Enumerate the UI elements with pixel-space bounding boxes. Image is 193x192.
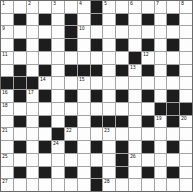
blocked-cell [14, 65, 26, 77]
crossword-cell[interactable] [155, 167, 167, 179]
crossword-cell[interactable] [167, 1, 179, 13]
crossword-cell[interactable] [129, 167, 141, 179]
crossword-cell[interactable] [180, 14, 192, 26]
crossword-cell[interactable] [39, 103, 51, 115]
crossword-cell[interactable] [142, 26, 154, 38]
clue-number: 18 [2, 103, 7, 108]
crossword-cell[interactable] [39, 128, 51, 140]
crossword-cell[interactable] [78, 39, 90, 51]
crossword-cell[interactable] [27, 116, 39, 128]
clue-number: 17 [28, 90, 33, 95]
crossword-cell[interactable] [155, 154, 167, 166]
blocked-cell [116, 65, 128, 77]
blocked-cell [116, 90, 128, 102]
blocked-cell [167, 103, 179, 115]
crossword-cell[interactable]: 24 [52, 141, 64, 153]
blocked-cell [65, 90, 77, 102]
crossword-cell[interactable] [103, 14, 115, 26]
crossword-cell[interactable] [103, 103, 115, 115]
blocked-cell [1, 77, 13, 89]
blocked-cell [65, 141, 77, 153]
crossword-cell[interactable] [155, 128, 167, 140]
crossword-cell[interactable]: 28 [103, 179, 115, 191]
blocked-cell [180, 103, 192, 115]
blocked-cell [167, 90, 179, 102]
blocked-cell [78, 65, 90, 77]
crossword-cell[interactable] [91, 77, 103, 89]
crossword-cell[interactable] [14, 154, 26, 166]
crossword-cell[interactable] [167, 26, 179, 38]
clue-number: 23 [104, 128, 109, 133]
crossword-cell[interactable] [14, 1, 26, 13]
crossword-cell[interactable] [129, 116, 141, 128]
blocked-cell [142, 167, 154, 179]
clue-number: 2 [28, 1, 31, 6]
crossword-cell[interactable] [27, 128, 39, 140]
crossword-cell[interactable] [180, 52, 192, 64]
crossword-cell[interactable] [155, 77, 167, 89]
blocked-cell [14, 14, 26, 26]
blocked-cell [52, 128, 64, 140]
clue-number: 28 [104, 179, 109, 184]
crossword-cell[interactable] [142, 154, 154, 166]
blocked-cell [116, 141, 128, 153]
crossword-cell[interactable] [52, 77, 64, 89]
crossword-cell[interactable] [91, 128, 103, 140]
crossword-cell[interactable] [39, 154, 51, 166]
crossword-cell[interactable] [52, 26, 64, 38]
crossword-cell[interactable] [27, 26, 39, 38]
crossword-cell[interactable]: 13 [129, 65, 141, 77]
crossword-cell[interactable] [142, 179, 154, 191]
crossword-cell[interactable] [27, 14, 39, 26]
clue-number: 21 [2, 128, 7, 133]
crossword-puzzle: 1234567891011121314151617181920212223242… [0, 0, 193, 192]
blocked-cell [142, 65, 154, 77]
crossword-cell[interactable]: 7 [155, 1, 167, 13]
blocked-cell [91, 179, 103, 191]
blocked-cell [14, 141, 26, 153]
crossword-cell[interactable] [27, 179, 39, 191]
clue-number: 20 [181, 116, 186, 121]
crossword-cell[interactable] [142, 77, 154, 89]
crossword-cell[interactable] [103, 167, 115, 179]
crossword-cell[interactable] [180, 179, 192, 191]
blocked-cell [167, 39, 179, 51]
crossword-cell[interactable] [78, 154, 90, 166]
crossword-cell[interactable] [129, 14, 141, 26]
crossword-cell[interactable] [39, 1, 51, 13]
crossword-cell[interactable] [65, 77, 77, 89]
clue-number: 27 [2, 179, 7, 184]
blocked-cell [14, 167, 26, 179]
clue-number: 14 [40, 77, 45, 82]
crossword-cell[interactable] [167, 179, 179, 191]
crossword-cell[interactable] [1, 116, 13, 128]
blocked-cell [39, 116, 51, 128]
crossword-cell[interactable] [167, 77, 179, 89]
crossword-cell[interactable] [52, 39, 64, 51]
crossword-cell[interactable] [129, 128, 141, 140]
crossword-cell[interactable] [155, 65, 167, 77]
crossword-cell[interactable] [78, 116, 90, 128]
crossword-cell[interactable] [155, 26, 167, 38]
crossword-cell[interactable] [1, 39, 13, 51]
blocked-cell [142, 141, 154, 153]
blocked-cell [91, 65, 103, 77]
blocked-cell [167, 116, 179, 128]
crossword-cell[interactable] [39, 26, 51, 38]
crossword-cell[interactable]: 2 [27, 1, 39, 13]
crossword-cell[interactable] [180, 154, 192, 166]
crossword-cell[interactable] [180, 90, 192, 102]
crossword-cell[interactable] [78, 128, 90, 140]
crossword-cell[interactable] [1, 167, 13, 179]
blocked-cell [65, 65, 77, 77]
crossword-cell[interactable] [129, 90, 141, 102]
crossword-cell[interactable] [78, 90, 90, 102]
blocked-cell [65, 39, 77, 51]
crossword-cell[interactable]: 5 [103, 1, 115, 13]
clue-number: 12 [143, 52, 148, 57]
crossword-cell[interactable] [52, 103, 64, 115]
crossword-cell[interactable] [180, 77, 192, 89]
crossword-cell[interactable]: 21 [1, 128, 13, 140]
blocked-cell [116, 14, 128, 26]
blocked-cell [167, 14, 179, 26]
clue-number: 24 [53, 141, 58, 146]
crossword-cell[interactable] [129, 39, 141, 51]
blocked-cell [14, 90, 26, 102]
blocked-cell [91, 141, 103, 153]
crossword-cell[interactable] [155, 179, 167, 191]
crossword-cell[interactable] [27, 141, 39, 153]
crossword-cell[interactable] [103, 26, 115, 38]
clue-number: 25 [2, 154, 7, 159]
blocked-cell [91, 167, 103, 179]
crossword-cell[interactable] [129, 179, 141, 191]
crossword-cell[interactable] [52, 52, 64, 64]
crossword-cell[interactable] [155, 141, 167, 153]
crossword-cell[interactable] [103, 141, 115, 153]
crossword-cell[interactable] [52, 167, 64, 179]
crossword-cell[interactable] [78, 167, 90, 179]
crossword-cell[interactable] [65, 103, 77, 115]
crossword-cell[interactable] [103, 52, 115, 64]
blocked-cell [91, 90, 103, 102]
blocked-cell [116, 154, 128, 166]
crossword-cell[interactable]: 6 [129, 1, 141, 13]
blocked-cell [91, 1, 103, 13]
crossword-cell[interactable] [14, 179, 26, 191]
blocked-cell [39, 90, 51, 102]
crossword-cell[interactable]: 9 [1, 26, 13, 38]
crossword-cell[interactable] [52, 65, 64, 77]
crossword-cell[interactable] [116, 179, 128, 191]
crossword-grid: 1234567891011121314151617181920212223242… [0, 0, 193, 192]
crossword-cell[interactable] [52, 90, 64, 102]
blocked-cell [65, 167, 77, 179]
crossword-cell[interactable]: 17 [27, 90, 39, 102]
crossword-cell[interactable] [167, 52, 179, 64]
crossword-cell[interactable] [78, 141, 90, 153]
crossword-cell[interactable] [52, 116, 64, 128]
clue-number: 3 [53, 1, 56, 6]
crossword-cell[interactable] [180, 26, 192, 38]
crossword-cell[interactable] [91, 103, 103, 115]
blocked-cell [39, 65, 51, 77]
crossword-cell[interactable] [78, 179, 90, 191]
crossword-cell[interactable] [65, 1, 77, 13]
blocked-cell [155, 103, 167, 115]
blocked-cell [91, 14, 103, 26]
crossword-cell[interactable] [39, 179, 51, 191]
blocked-cell [103, 116, 115, 128]
blocked-cell [167, 167, 179, 179]
crossword-cell[interactable] [91, 26, 103, 38]
crossword-cell[interactable] [116, 77, 128, 89]
crossword-cell[interactable] [52, 14, 64, 26]
crossword-cell[interactable] [180, 128, 192, 140]
crossword-cell[interactable]: 12 [142, 52, 154, 64]
crossword-cell[interactable] [129, 141, 141, 153]
crossword-cell[interactable] [129, 77, 141, 89]
clue-number: 26 [130, 154, 135, 159]
crossword-cell[interactable] [27, 65, 39, 77]
blocked-cell [39, 39, 51, 51]
blocked-cell [39, 14, 51, 26]
crossword-cell[interactable]: 3 [52, 1, 64, 13]
crossword-cell[interactable] [155, 14, 167, 26]
crossword-cell[interactable] [155, 52, 167, 64]
blocked-cell [129, 52, 141, 64]
clue-number: 11 [2, 52, 7, 57]
blocked-cell [14, 77, 26, 89]
crossword-cell[interactable] [14, 26, 26, 38]
crossword-cell[interactable]: 4 [78, 1, 90, 13]
clue-number: 5 [104, 1, 107, 6]
clue-number: 9 [2, 26, 5, 31]
crossword-cell[interactable] [91, 154, 103, 166]
crossword-cell[interactable] [129, 26, 141, 38]
blocked-cell [14, 116, 26, 128]
clue-number: 22 [66, 128, 71, 133]
crossword-cell[interactable] [65, 154, 77, 166]
crossword-cell[interactable] [155, 39, 167, 51]
blocked-cell [39, 167, 51, 179]
clue-number: 10 [79, 26, 84, 31]
crossword-cell[interactable] [116, 26, 128, 38]
crossword-cell[interactable] [103, 65, 115, 77]
blocked-cell [27, 77, 39, 89]
clue-number: 6 [130, 1, 133, 6]
clue-number: 19 [156, 116, 161, 121]
blocked-cell [142, 116, 154, 128]
crossword-cell[interactable] [27, 39, 39, 51]
crossword-cell[interactable]: 25 [1, 154, 13, 166]
crossword-cell[interactable] [14, 52, 26, 64]
crossword-cell[interactable] [14, 103, 26, 115]
crossword-cell[interactable]: 1 [1, 1, 13, 13]
crossword-cell[interactable] [78, 14, 90, 26]
blocked-cell [116, 116, 128, 128]
crossword-cell[interactable]: 16 [1, 90, 13, 102]
crossword-cell[interactable] [180, 141, 192, 153]
crossword-cell[interactable] [180, 39, 192, 51]
blocked-cell [116, 167, 128, 179]
crossword-cell[interactable] [142, 1, 154, 13]
crossword-cell[interactable]: 22 [65, 128, 77, 140]
crossword-cell[interactable] [78, 103, 90, 115]
blocked-cell [116, 39, 128, 51]
crossword-cell[interactable]: 20 [180, 116, 192, 128]
blocked-cell [65, 26, 77, 38]
clue-number: 16 [2, 90, 7, 95]
clue-number: 1 [2, 1, 5, 6]
crossword-cell[interactable] [39, 52, 51, 64]
blocked-cell [142, 39, 154, 51]
crossword-cell[interactable]: 14 [39, 77, 51, 89]
clue-number: 13 [130, 65, 135, 70]
crossword-cell[interactable]: 18 [1, 103, 13, 115]
crossword-cell[interactable] [103, 77, 115, 89]
crossword-cell[interactable] [52, 179, 64, 191]
blocked-cell [65, 14, 77, 26]
crossword-cell[interactable] [65, 52, 77, 64]
crossword-cell[interactable] [142, 103, 154, 115]
crossword-cell[interactable] [116, 1, 128, 13]
crossword-cell[interactable] [1, 141, 13, 153]
blocked-cell [91, 39, 103, 51]
crossword-cell[interactable] [91, 52, 103, 64]
blocked-cell [91, 116, 103, 128]
crossword-cell[interactable]: 19 [155, 116, 167, 128]
blocked-cell [39, 141, 51, 153]
crossword-cell[interactable] [27, 103, 39, 115]
crossword-cell[interactable] [27, 154, 39, 166]
crossword-cell[interactable] [1, 65, 13, 77]
crossword-cell[interactable] [142, 128, 154, 140]
crossword-cell[interactable] [78, 52, 90, 64]
crossword-cell[interactable] [167, 154, 179, 166]
crossword-cell[interactable]: 11 [1, 52, 13, 64]
blocked-cell [167, 65, 179, 77]
blocked-cell [167, 141, 179, 153]
crossword-cell[interactable]: 8 [180, 1, 192, 13]
crossword-cell[interactable] [103, 154, 115, 166]
clue-number: 4 [79, 1, 82, 6]
crossword-cell[interactable] [116, 103, 128, 115]
blocked-cell [14, 39, 26, 51]
blocked-cell [65, 116, 77, 128]
crossword-cell[interactable] [27, 52, 39, 64]
crossword-cell[interactable] [180, 65, 192, 77]
crossword-cell[interactable] [27, 167, 39, 179]
crossword-cell[interactable] [1, 14, 13, 26]
crossword-cell[interactable] [180, 167, 192, 179]
crossword-cell[interactable] [52, 154, 64, 166]
crossword-cell[interactable] [129, 103, 141, 115]
clue-number: 8 [181, 1, 184, 6]
clue-number: 15 [79, 77, 84, 82]
blocked-cell [142, 14, 154, 26]
clue-number: 7 [156, 1, 159, 6]
crossword-cell[interactable] [103, 39, 115, 51]
crossword-cell[interactable] [116, 128, 128, 140]
crossword-cell[interactable] [116, 52, 128, 64]
blocked-cell [142, 90, 154, 102]
crossword-cell[interactable]: 26 [129, 154, 141, 166]
crossword-cell[interactable] [103, 90, 115, 102]
crossword-cell[interactable] [167, 128, 179, 140]
crossword-cell[interactable]: 23 [103, 128, 115, 140]
crossword-cell[interactable] [65, 179, 77, 191]
crossword-cell[interactable]: 27 [1, 179, 13, 191]
crossword-cell[interactable] [155, 90, 167, 102]
crossword-cell[interactable]: 15 [78, 77, 90, 89]
crossword-cell[interactable] [14, 128, 26, 140]
crossword-cell[interactable]: 10 [78, 26, 90, 38]
